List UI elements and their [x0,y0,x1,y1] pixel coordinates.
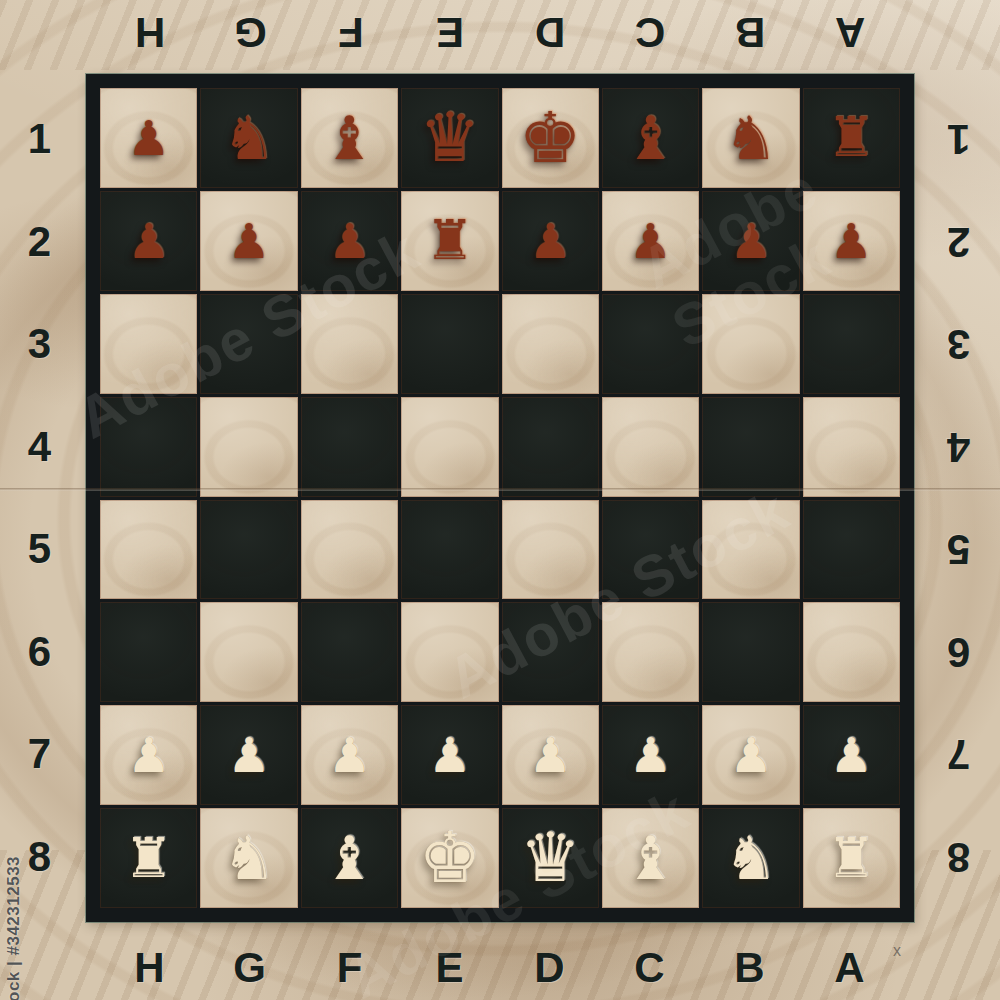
coordinate-label: F [300,938,400,998]
piece-white-pawn[interactable]: ♟ [127,731,170,779]
file-labels-bottom: HGFEDCBA [100,938,900,998]
piece-black-pawn[interactable]: ♟ [127,217,170,265]
square-g8[interactable]: ♞ [200,808,297,908]
square-e6[interactable] [401,602,498,702]
coordinate-label: 6 [10,601,70,704]
square-g7[interactable]: ♟ [200,705,297,805]
square-c2[interactable]: ♟ [602,191,699,291]
coordinate-label: 5 [928,498,988,601]
square-f4[interactable] [301,397,398,497]
square-e4[interactable] [401,397,498,497]
coordinate-label: 3 [928,293,988,396]
chess-board: ♟♞♝♛♚♝♞♜♟♟♟♜♟♟♟♟♟♟♟♟♟♟♟♟♜♞♝♚♛♝♞♜ [86,74,914,922]
coordinate-label: 1 [928,88,988,191]
piece-black-knight[interactable]: ♞ [724,108,778,168]
square-e1[interactable]: ♛ [401,88,498,188]
square-d3[interactable] [502,294,599,394]
coordinate-label: A [800,2,900,62]
square-b1[interactable]: ♞ [702,88,799,188]
square-d5[interactable] [502,500,599,600]
piece-black-pawn[interactable]: ♟ [830,217,873,265]
piece-white-knight[interactable]: ♞ [724,828,778,888]
coordinate-label: 7 [928,703,988,806]
piece-white-pawn[interactable]: ♟ [729,731,772,779]
square-a1[interactable]: ♜ [803,88,900,188]
square-b6[interactable] [702,602,799,702]
square-c6[interactable] [602,602,699,702]
coordinate-label: 2 [928,191,988,294]
coordinate-label: D [500,938,600,998]
square-b4[interactable] [702,397,799,497]
square-f5[interactable] [301,500,398,600]
square-g2[interactable]: ♟ [200,191,297,291]
square-d7[interactable]: ♟ [502,705,599,805]
piece-black-pawn[interactable]: ♟ [729,217,772,265]
coordinate-label: 5 [10,498,70,601]
square-h5[interactable] [100,500,197,600]
piece-white-pawn[interactable]: ♟ [529,731,572,779]
square-b8[interactable]: ♞ [702,808,799,908]
stock-id-watermark: ock | #342312533 [4,712,24,1000]
square-d6[interactable] [502,602,599,702]
piece-black-knight[interactable]: ♞ [222,108,276,168]
square-c7[interactable]: ♟ [602,705,699,805]
square-a2[interactable]: ♟ [803,191,900,291]
square-d1[interactable]: ♚ [502,88,599,188]
coordinate-label: 6 [928,601,988,704]
square-e5[interactable] [401,500,498,600]
square-g3[interactable] [200,294,297,394]
square-c3[interactable] [602,294,699,394]
piece-black-bishop[interactable]: ♝ [323,108,377,168]
square-b5[interactable] [702,500,799,600]
coordinate-label: C [600,938,700,998]
square-h4[interactable] [100,397,197,497]
square-e8[interactable]: ♚ [401,808,498,908]
piece-white-pawn[interactable]: ♟ [629,731,672,779]
coordinate-label: 4 [928,396,988,499]
piece-black-bishop[interactable]: ♝ [624,108,678,168]
coordinate-label: 3 [10,293,70,396]
square-e3[interactable] [401,294,498,394]
piece-black-pawn[interactable]: ♟ [328,217,371,265]
coordinate-label: A [800,938,900,998]
piece-white-pawn[interactable]: ♟ [428,731,471,779]
square-d2[interactable]: ♟ [502,191,599,291]
square-h8[interactable]: ♜ [100,808,197,908]
coordinate-label: 2 [10,191,70,294]
square-h6[interactable] [100,602,197,702]
square-f8[interactable]: ♝ [301,808,398,908]
coordinate-label: H [100,938,200,998]
piece-white-bishop[interactable]: ♝ [624,828,678,888]
coordinate-label: H [100,2,200,62]
square-d8[interactable]: ♛ [502,808,599,908]
square-b3[interactable] [702,294,799,394]
square-b7[interactable]: ♟ [702,705,799,805]
coordinate-label: G [200,938,300,998]
square-a5[interactable] [803,500,900,600]
board-grid: ♟♞♝♛♚♝♞♜♟♟♟♜♟♟♟♟♟♟♟♟♟♟♟♟♜♞♝♚♛♝♞♜ [100,88,900,908]
piece-white-knight[interactable]: ♞ [222,828,276,888]
coordinate-label: 8 [928,806,988,909]
square-f7[interactable]: ♟ [301,705,398,805]
piece-white-queen[interactable]: ♛ [520,824,581,892]
rank-labels-right: 12345678 [928,88,988,908]
square-a8[interactable]: ♜ [803,808,900,908]
coordinate-label: F [300,2,400,62]
square-c8[interactable]: ♝ [602,808,699,908]
square-f2[interactable]: ♟ [301,191,398,291]
piece-black-pawn[interactable]: ♟ [228,217,271,265]
piece-white-bishop[interactable]: ♝ [323,828,377,888]
square-g1[interactable]: ♞ [200,88,297,188]
coordinate-label: B [700,938,800,998]
piece-white-king[interactable]: ♚ [418,823,481,893]
coordinate-label: 1 [10,88,70,191]
file-labels-top: HGFEDCBA [100,2,900,62]
piece-white-pawn[interactable]: ♟ [830,731,873,779]
square-f1[interactable]: ♝ [301,88,398,188]
square-h7[interactable]: ♟ [100,705,197,805]
coordinate-label: 4 [10,396,70,499]
coordinate-label: C [600,2,700,62]
piece-black-pawn[interactable]: ♟ [629,217,672,265]
square-f3[interactable] [301,294,398,394]
square-d4[interactable] [502,397,599,497]
coordinate-label: D [500,2,600,62]
square-a7[interactable]: ♟ [803,705,900,805]
piece-white-pawn[interactable]: ♟ [228,731,271,779]
piece-black-rook[interactable]: ♜ [827,110,876,165]
square-g6[interactable] [200,602,297,702]
square-c5[interactable] [602,500,699,600]
square-e2[interactable]: ♜ [401,191,498,291]
square-b2[interactable]: ♟ [702,191,799,291]
square-a4[interactable] [803,397,900,497]
square-h3[interactable] [100,294,197,394]
piece-black-pawn[interactable]: ♟ [127,114,170,162]
square-g5[interactable] [200,500,297,600]
piece-white-pawn[interactable]: ♟ [328,731,371,779]
square-g4[interactable] [200,397,297,497]
coordinate-label: B [700,2,800,62]
watermark-x-mark: x [893,942,901,960]
square-c4[interactable] [602,397,699,497]
piece-white-rook[interactable]: ♜ [124,831,173,886]
coordinate-label: E [400,938,500,998]
square-a6[interactable] [803,602,900,702]
piece-black-pawn[interactable]: ♟ [529,217,572,265]
piece-white-rook[interactable]: ♜ [827,831,876,886]
square-c1[interactable]: ♝ [602,88,699,188]
coordinate-label: G [200,2,300,62]
square-f6[interactable] [301,602,398,702]
square-e7[interactable]: ♟ [401,705,498,805]
board-fold-seam [0,488,1000,491]
square-h2[interactable]: ♟ [100,191,197,291]
square-a3[interactable] [803,294,900,394]
piece-black-queen[interactable]: ♛ [419,104,480,172]
square-h1[interactable]: ♟ [100,88,197,188]
coordinate-label: E [400,2,500,62]
piece-black-rook[interactable]: ♜ [425,213,474,268]
piece-black-king[interactable]: ♚ [519,103,582,173]
